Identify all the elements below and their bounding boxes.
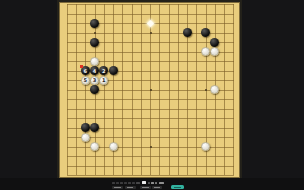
black-stone: [210, 38, 219, 47]
nav-button[interactable]: [140, 186, 151, 189]
black-stone: [201, 28, 210, 37]
white-stone: [210, 47, 219, 56]
go-board[interactable]: 642531: [59, 2, 240, 178]
black-stone: [90, 19, 99, 28]
nav-button-glyph: [114, 187, 121, 188]
nav-button-glyph: [127, 187, 134, 188]
nav-button[interactable]: [152, 186, 162, 189]
star-point: [150, 89, 152, 91]
grid-line-horizontal: [67, 109, 235, 110]
white-stone: 5: [81, 76, 90, 85]
action-button[interactable]: [171, 185, 184, 189]
black-stone: [183, 28, 192, 37]
black-stone: [90, 123, 99, 132]
white-stone: [210, 85, 219, 94]
white-stone: [201, 142, 210, 151]
app-window: 642531: [0, 0, 304, 190]
action-button-glyph: [174, 187, 181, 188]
star-point: [94, 32, 96, 34]
white-stone: [90, 57, 99, 66]
white-stone: 1: [99, 76, 108, 85]
grid-line-vertical: [159, 4, 160, 175]
grid-line-horizontal: [67, 156, 235, 157]
seekbar-segment[interactable]: [155, 182, 157, 184]
seekbar-segment[interactable]: [148, 182, 151, 185]
last-move-marker: [80, 65, 83, 68]
seekbar-segment[interactable]: [136, 182, 140, 185]
black-stone: [81, 123, 90, 132]
white-stone: [81, 133, 90, 142]
grid-line-vertical: [224, 4, 225, 175]
grid-line-vertical: [233, 4, 234, 175]
sparkle-marker: [146, 20, 153, 27]
grid-line-horizontal: [67, 137, 235, 138]
grid-line-horizontal: [67, 175, 235, 176]
white-stone: [201, 47, 210, 56]
seekbar-segment[interactable]: [159, 182, 164, 184]
seekbar-segment[interactable]: [124, 182, 127, 185]
nav-button[interactable]: [112, 186, 123, 189]
grid-line-vertical: [196, 4, 197, 175]
white-stone: [109, 142, 118, 151]
seekbar-segment[interactable]: [142, 181, 147, 184]
black-stone: 2: [99, 66, 108, 75]
black-stone: [90, 38, 99, 47]
nav-button-glyph: [142, 187, 149, 188]
player-bar: [0, 178, 304, 190]
grid-line-vertical: [178, 4, 179, 175]
white-stone: 3: [90, 76, 99, 85]
black-stone: [109, 66, 118, 75]
grid-line-horizontal: [67, 118, 235, 119]
grid-line-horizontal: [67, 166, 235, 167]
grid-line-vertical: [169, 4, 170, 175]
black-stone: [90, 85, 99, 94]
black-stone: 4: [90, 66, 99, 75]
star-point: [205, 89, 207, 91]
seekbar-segment[interactable]: [128, 182, 131, 185]
seekbar-segment[interactable]: [112, 182, 115, 185]
seekbar-segment[interactable]: [132, 182, 135, 185]
seekbar-segment[interactable]: [151, 182, 154, 184]
grid-line-horizontal: [67, 99, 235, 100]
star-point: [150, 32, 152, 34]
nav-button[interactable]: [125, 186, 136, 189]
star-point: [150, 146, 152, 148]
seekbar-segment[interactable]: [120, 182, 123, 185]
nav-button-glyph: [154, 187, 160, 188]
white-stone: [90, 142, 99, 151]
seekbar-segment[interactable]: [116, 182, 119, 185]
